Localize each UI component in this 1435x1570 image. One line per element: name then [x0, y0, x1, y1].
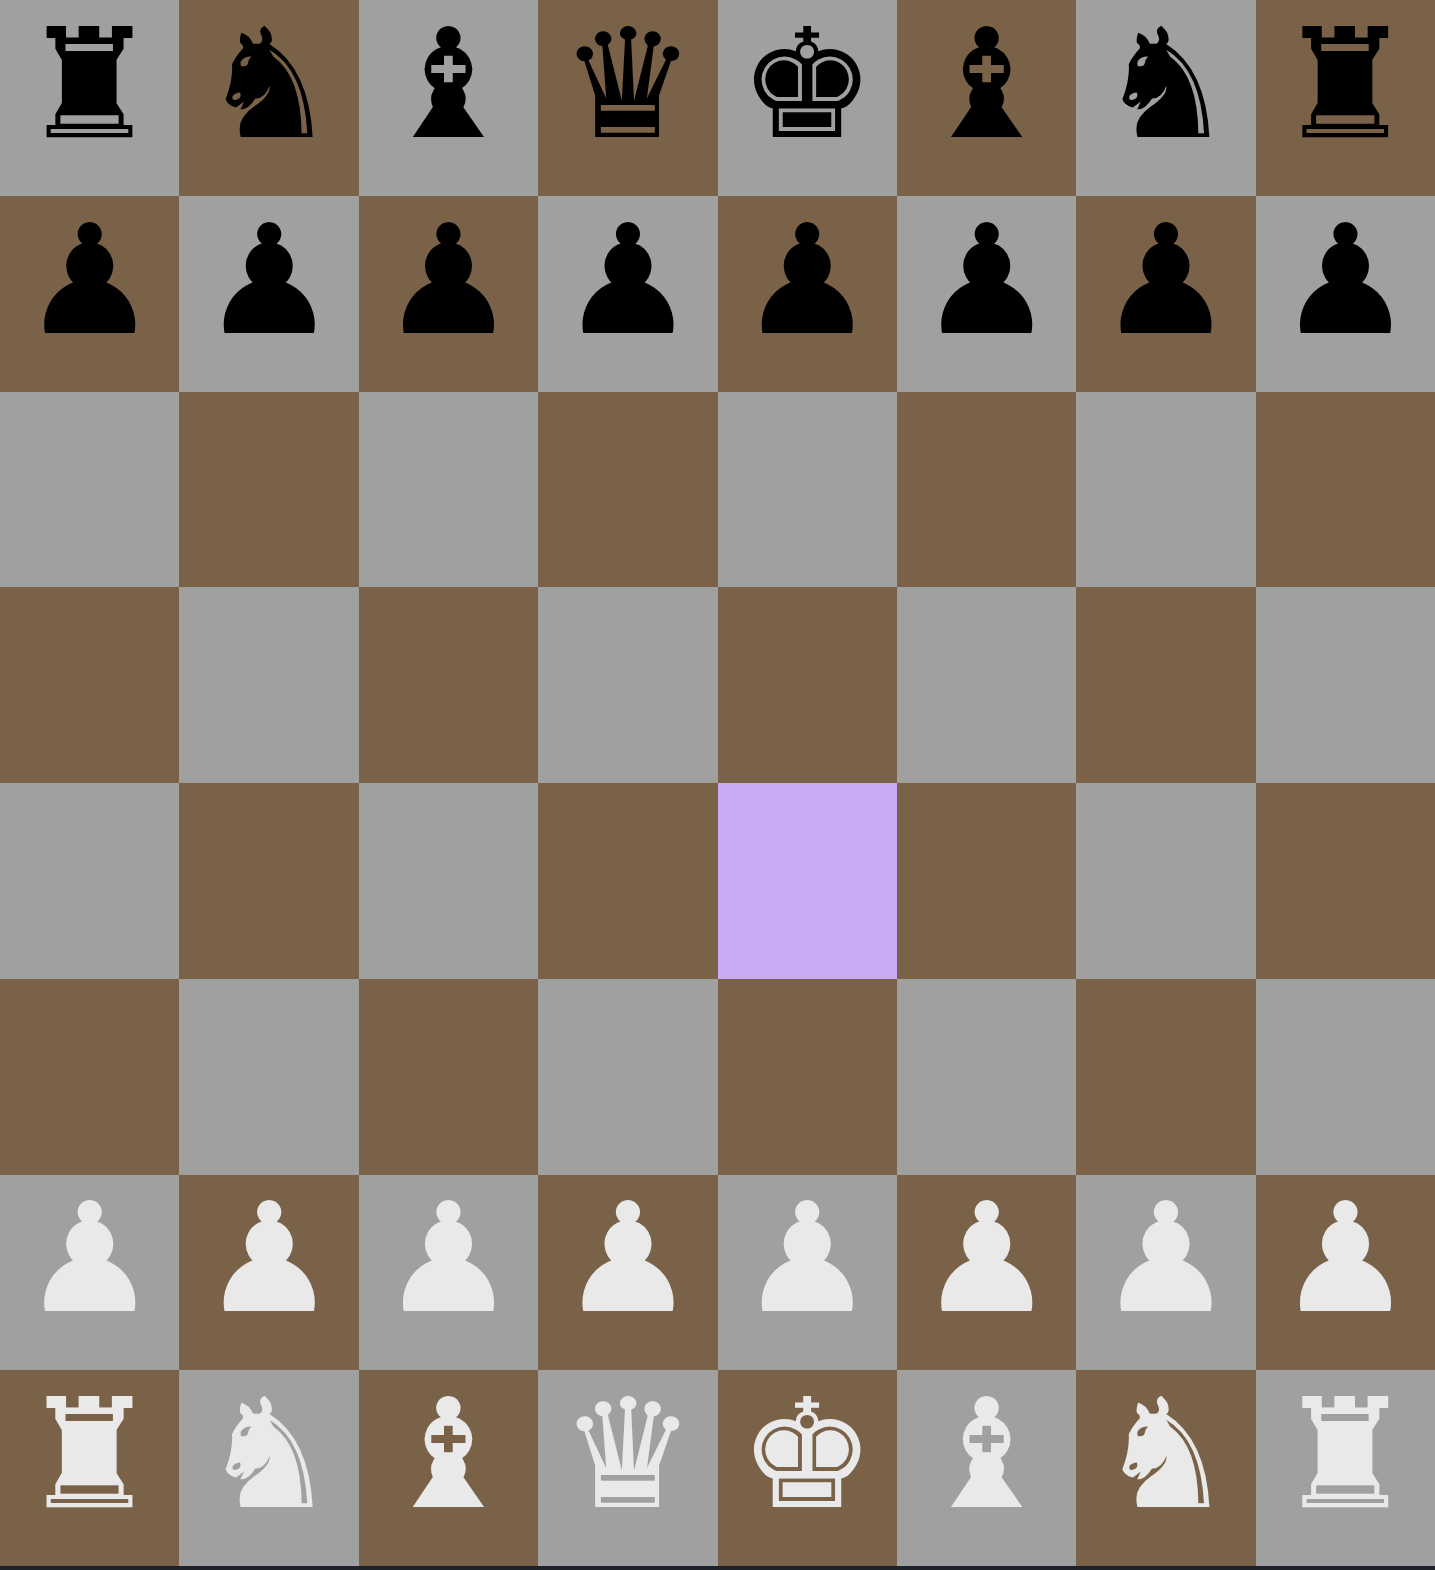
black-queen-icon[interactable]: ♛ — [560, 9, 696, 161]
square-f2[interactable]: ♟ — [897, 1175, 1076, 1371]
square-d1[interactable]: ♛ — [538, 1370, 717, 1566]
square-c7[interactable]: ♟ — [359, 196, 538, 392]
square-b8[interactable]: ♞ — [179, 0, 358, 196]
chess-app: ♜♞♝♛♚♝♞♜♟♟♟♟♟♟♟♟♟♟♟♟♟♟♟♟♜♞♝♛♚♝♞♜ — [0, 0, 1435, 1570]
square-c4[interactable] — [359, 783, 538, 979]
square-e6[interactable] — [718, 392, 897, 588]
square-g5[interactable] — [1076, 587, 1255, 783]
square-b1[interactable]: ♞ — [179, 1370, 358, 1566]
white-pawn-icon[interactable]: ♟ — [201, 1183, 337, 1335]
white-pawn-icon[interactable]: ♟ — [918, 1183, 1054, 1335]
square-d8[interactable]: ♛ — [538, 0, 717, 196]
square-e4[interactable] — [718, 783, 897, 979]
square-f1[interactable]: ♝ — [897, 1370, 1076, 1566]
square-e5[interactable] — [718, 587, 897, 783]
square-c2[interactable]: ♟ — [359, 1175, 538, 1371]
square-h3[interactable] — [1256, 979, 1435, 1175]
square-h5[interactable] — [1256, 587, 1435, 783]
white-knight-icon[interactable]: ♞ — [1098, 1379, 1234, 1531]
square-d5[interactable] — [538, 587, 717, 783]
square-h8[interactable]: ♜ — [1256, 0, 1435, 196]
square-c8[interactable]: ♝ — [359, 0, 538, 196]
white-pawn-icon[interactable]: ♟ — [380, 1183, 516, 1335]
white-rook-icon[interactable]: ♜ — [1277, 1379, 1413, 1531]
black-knight-icon[interactable]: ♞ — [1098, 9, 1234, 161]
square-f6[interactable] — [897, 392, 1076, 588]
white-pawn-icon[interactable]: ♟ — [22, 1183, 158, 1335]
square-g3[interactable] — [1076, 979, 1255, 1175]
square-e3[interactable] — [718, 979, 897, 1175]
black-bishop-icon[interactable]: ♝ — [918, 9, 1054, 161]
black-pawn-icon[interactable]: ♟ — [1277, 205, 1413, 357]
square-f4[interactable] — [897, 783, 1076, 979]
square-g6[interactable] — [1076, 392, 1255, 588]
white-pawn-icon[interactable]: ♟ — [1098, 1183, 1234, 1335]
square-d3[interactable] — [538, 979, 717, 1175]
square-e7[interactable]: ♟ — [718, 196, 897, 392]
square-f7[interactable]: ♟ — [897, 196, 1076, 392]
black-pawn-icon[interactable]: ♟ — [1098, 205, 1234, 357]
white-queen-icon[interactable]: ♛ — [560, 1379, 696, 1531]
black-king-icon[interactable]: ♚ — [739, 9, 875, 161]
square-a4[interactable] — [0, 783, 179, 979]
square-f3[interactable] — [897, 979, 1076, 1175]
square-c5[interactable] — [359, 587, 538, 783]
square-e2[interactable]: ♟ — [718, 1175, 897, 1371]
square-d2[interactable]: ♟ — [538, 1175, 717, 1371]
black-rook-icon[interactable]: ♜ — [1277, 9, 1413, 161]
black-rook-icon[interactable]: ♜ — [22, 9, 158, 161]
square-b6[interactable] — [179, 392, 358, 588]
square-h2[interactable]: ♟ — [1256, 1175, 1435, 1371]
square-f8[interactable]: ♝ — [897, 0, 1076, 196]
square-c3[interactable] — [359, 979, 538, 1175]
square-b4[interactable] — [179, 783, 358, 979]
square-g1[interactable]: ♞ — [1076, 1370, 1255, 1566]
black-pawn-icon[interactable]: ♟ — [560, 205, 696, 357]
square-a2[interactable]: ♟ — [0, 1175, 179, 1371]
white-king-icon[interactable]: ♚ — [739, 1379, 875, 1531]
square-d7[interactable]: ♟ — [538, 196, 717, 392]
white-pawn-icon[interactable]: ♟ — [560, 1183, 696, 1335]
square-b2[interactable]: ♟ — [179, 1175, 358, 1371]
square-f5[interactable] — [897, 587, 1076, 783]
black-pawn-icon[interactable]: ♟ — [918, 205, 1054, 357]
square-b5[interactable] — [179, 587, 358, 783]
square-a7[interactable]: ♟ — [0, 196, 179, 392]
black-pawn-icon[interactable]: ♟ — [22, 205, 158, 357]
square-e8[interactable]: ♚ — [718, 0, 897, 196]
square-g8[interactable]: ♞ — [1076, 0, 1255, 196]
square-c6[interactable] — [359, 392, 538, 588]
square-a8[interactable]: ♜ — [0, 0, 179, 196]
black-knight-icon[interactable]: ♞ — [201, 9, 337, 161]
square-a1[interactable]: ♜ — [0, 1370, 179, 1566]
black-pawn-icon[interactable]: ♟ — [380, 205, 516, 357]
white-bishop-icon[interactable]: ♝ — [380, 1379, 516, 1531]
square-h4[interactable] — [1256, 783, 1435, 979]
square-d4[interactable] — [538, 783, 717, 979]
square-h7[interactable]: ♟ — [1256, 196, 1435, 392]
square-b7[interactable]: ♟ — [179, 196, 358, 392]
square-a6[interactable] — [0, 392, 179, 588]
square-a3[interactable] — [0, 979, 179, 1175]
square-b3[interactable] — [179, 979, 358, 1175]
black-pawn-icon[interactable]: ♟ — [201, 205, 337, 357]
square-g4[interactable] — [1076, 783, 1255, 979]
square-h1[interactable]: ♜ — [1256, 1370, 1435, 1566]
square-g7[interactable]: ♟ — [1076, 196, 1255, 392]
square-e1[interactable]: ♚ — [718, 1370, 897, 1566]
window-bottom-edge — [0, 1566, 1435, 1570]
black-bishop-icon[interactable]: ♝ — [380, 9, 516, 161]
square-a5[interactable] — [0, 587, 179, 783]
white-pawn-icon[interactable]: ♟ — [739, 1183, 875, 1335]
white-rook-icon[interactable]: ♜ — [22, 1379, 158, 1531]
white-knight-icon[interactable]: ♞ — [201, 1379, 337, 1531]
white-bishop-icon[interactable]: ♝ — [918, 1379, 1054, 1531]
square-d6[interactable] — [538, 392, 717, 588]
black-pawn-icon[interactable]: ♟ — [739, 205, 875, 357]
square-g2[interactable]: ♟ — [1076, 1175, 1255, 1371]
square-h6[interactable] — [1256, 392, 1435, 588]
square-c1[interactable]: ♝ — [359, 1370, 538, 1566]
chess-board: ♜♞♝♛♚♝♞♜♟♟♟♟♟♟♟♟♟♟♟♟♟♟♟♟♜♞♝♛♚♝♞♜ — [0, 0, 1435, 1566]
white-pawn-icon[interactable]: ♟ — [1277, 1183, 1413, 1335]
